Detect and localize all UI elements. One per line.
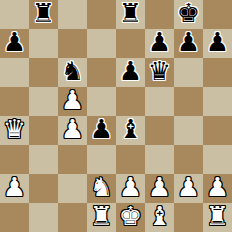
chess-board: ♜♜♚♟♟♟♟♞♟♛♟♛♟♟♝♟♞♟♟♟♟♜♚♝♜ xyxy=(0,0,232,232)
piece-black-rook[interactable]: ♜ xyxy=(119,0,142,28)
piece-black-queen[interactable]: ♛ xyxy=(148,58,171,86)
square-b1[interactable] xyxy=(29,203,58,232)
square-c5[interactable]: ♟ xyxy=(58,87,87,116)
piece-black-pawn[interactable]: ♟ xyxy=(177,29,200,57)
square-h7[interactable]: ♟ xyxy=(203,29,232,58)
square-c1[interactable] xyxy=(58,203,87,232)
piece-white-pawn[interactable]: ♟ xyxy=(206,174,229,202)
square-d7[interactable] xyxy=(87,29,116,58)
square-e4[interactable]: ♝ xyxy=(116,116,145,145)
piece-white-pawn[interactable]: ♟ xyxy=(148,174,171,202)
square-g5[interactable] xyxy=(174,87,203,116)
square-e1[interactable]: ♚ xyxy=(116,203,145,232)
square-d8[interactable] xyxy=(87,0,116,29)
piece-black-pawn[interactable]: ♟ xyxy=(90,116,113,144)
square-b3[interactable] xyxy=(29,145,58,174)
square-e6[interactable]: ♟ xyxy=(116,58,145,87)
piece-white-bishop[interactable]: ♝ xyxy=(148,203,171,231)
square-h6[interactable] xyxy=(203,58,232,87)
piece-white-pawn[interactable]: ♟ xyxy=(61,116,84,144)
square-c2[interactable] xyxy=(58,174,87,203)
square-b5[interactable] xyxy=(29,87,58,116)
square-c8[interactable] xyxy=(58,0,87,29)
square-f3[interactable] xyxy=(145,145,174,174)
square-d1[interactable]: ♜ xyxy=(87,203,116,232)
piece-black-king[interactable]: ♚ xyxy=(177,0,200,28)
piece-black-pawn[interactable]: ♟ xyxy=(206,29,229,57)
square-e3[interactable] xyxy=(116,145,145,174)
square-d5[interactable] xyxy=(87,87,116,116)
square-e8[interactable]: ♜ xyxy=(116,0,145,29)
square-b6[interactable] xyxy=(29,58,58,87)
square-b4[interactable] xyxy=(29,116,58,145)
piece-black-rook[interactable]: ♜ xyxy=(32,0,55,28)
square-b2[interactable] xyxy=(29,174,58,203)
piece-white-queen[interactable]: ♛ xyxy=(3,116,26,144)
square-g2[interactable]: ♟ xyxy=(174,174,203,203)
square-g6[interactable] xyxy=(174,58,203,87)
square-a8[interactable] xyxy=(0,0,29,29)
square-h3[interactable] xyxy=(203,145,232,174)
square-f1[interactable]: ♝ xyxy=(145,203,174,232)
square-g4[interactable] xyxy=(174,116,203,145)
square-h1[interactable]: ♜ xyxy=(203,203,232,232)
square-g8[interactable]: ♚ xyxy=(174,0,203,29)
piece-black-pawn[interactable]: ♟ xyxy=(119,58,142,86)
square-a5[interactable] xyxy=(0,87,29,116)
square-b8[interactable]: ♜ xyxy=(29,0,58,29)
square-f6[interactable]: ♛ xyxy=(145,58,174,87)
piece-black-bishop[interactable]: ♝ xyxy=(119,116,142,144)
piece-white-pawn[interactable]: ♟ xyxy=(119,174,142,202)
square-a6[interactable] xyxy=(0,58,29,87)
square-h2[interactable]: ♟ xyxy=(203,174,232,203)
square-d3[interactable] xyxy=(87,145,116,174)
square-c4[interactable]: ♟ xyxy=(58,116,87,145)
square-c3[interactable] xyxy=(58,145,87,174)
square-c6[interactable]: ♞ xyxy=(58,58,87,87)
piece-white-pawn[interactable]: ♟ xyxy=(3,174,26,202)
square-g1[interactable] xyxy=(174,203,203,232)
piece-black-pawn[interactable]: ♟ xyxy=(148,29,171,57)
square-a4[interactable]: ♛ xyxy=(0,116,29,145)
piece-white-rook[interactable]: ♜ xyxy=(90,203,113,231)
piece-white-pawn[interactable]: ♟ xyxy=(177,174,200,202)
square-g3[interactable] xyxy=(174,145,203,174)
square-h5[interactable] xyxy=(203,87,232,116)
square-f4[interactable] xyxy=(145,116,174,145)
square-h4[interactable] xyxy=(203,116,232,145)
square-d2[interactable]: ♞ xyxy=(87,174,116,203)
square-e7[interactable] xyxy=(116,29,145,58)
piece-black-knight[interactable]: ♞ xyxy=(61,58,84,86)
square-g7[interactable]: ♟ xyxy=(174,29,203,58)
square-h8[interactable] xyxy=(203,0,232,29)
piece-white-king[interactable]: ♚ xyxy=(119,203,142,231)
square-a2[interactable]: ♟ xyxy=(0,174,29,203)
square-b7[interactable] xyxy=(29,29,58,58)
square-f8[interactable] xyxy=(145,0,174,29)
piece-white-pawn[interactable]: ♟ xyxy=(61,87,84,115)
square-d6[interactable] xyxy=(87,58,116,87)
square-a3[interactable] xyxy=(0,145,29,174)
square-f2[interactable]: ♟ xyxy=(145,174,174,203)
chess-board-wrapper: ♜♜♚♟♟♟♟♞♟♛♟♛♟♟♝♟♞♟♟♟♟♜♚♝♜ xyxy=(0,0,232,232)
square-a7[interactable]: ♟ xyxy=(0,29,29,58)
piece-white-knight[interactable]: ♞ xyxy=(90,174,113,202)
piece-black-pawn[interactable]: ♟ xyxy=(3,29,26,57)
square-e2[interactable]: ♟ xyxy=(116,174,145,203)
square-c7[interactable] xyxy=(58,29,87,58)
square-e5[interactable] xyxy=(116,87,145,116)
square-f5[interactable] xyxy=(145,87,174,116)
square-a1[interactable] xyxy=(0,203,29,232)
piece-white-rook[interactable]: ♜ xyxy=(206,203,229,231)
square-f7[interactable]: ♟ xyxy=(145,29,174,58)
square-d4[interactable]: ♟ xyxy=(87,116,116,145)
